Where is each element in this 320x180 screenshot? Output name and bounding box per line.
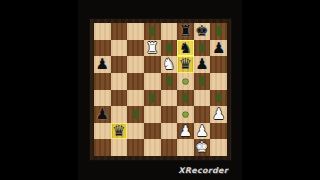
- square-d3[interactable]: [144, 106, 161, 123]
- square-c7[interactable]: [127, 40, 144, 57]
- square-h1[interactable]: [210, 139, 227, 156]
- square-g4[interactable]: [194, 90, 211, 107]
- square-d2[interactable]: [144, 123, 161, 140]
- legal-move-hint-dot-g7[interactable]: [199, 43, 205, 53]
- black-pawn-g6[interactable]: ♟: [195, 56, 208, 73]
- square-c3[interactable]: [127, 106, 144, 123]
- square-c1[interactable]: [127, 139, 144, 156]
- square-c4[interactable]: [127, 90, 144, 107]
- square-g6[interactable]: ♟: [194, 56, 211, 73]
- square-b5[interactable]: [111, 73, 128, 90]
- legal-move-hint-dot-h4[interactable]: [216, 93, 222, 103]
- square-g8[interactable]: ♚: [194, 23, 211, 40]
- legal-move-hint-dot-f4[interactable]: [182, 93, 188, 103]
- square-h3[interactable]: ♟: [210, 106, 227, 123]
- square-g3[interactable]: [194, 106, 211, 123]
- square-b2[interactable]: ♛: [111, 123, 128, 140]
- square-b4[interactable]: [111, 90, 128, 107]
- square-e6[interactable]: ♞: [161, 56, 178, 73]
- black-queen-b2[interactable]: ♛: [112, 123, 125, 140]
- white-pawn-h3[interactable]: ♟: [212, 106, 225, 123]
- square-f5[interactable]: [177, 73, 194, 90]
- square-f3[interactable]: [177, 106, 194, 123]
- legal-move-hint-dot-d4[interactable]: [149, 93, 155, 103]
- black-pawn-h7[interactable]: ♟: [212, 40, 225, 57]
- square-a4[interactable]: [94, 90, 111, 107]
- legal-move-hint-dot-f5[interactable]: [183, 79, 188, 84]
- square-h5[interactable]: [210, 73, 227, 90]
- white-rook-d7[interactable]: ♜: [145, 40, 158, 57]
- square-f8[interactable]: ♜: [177, 23, 194, 40]
- square-d5[interactable]: [144, 73, 161, 90]
- square-f4[interactable]: [177, 90, 194, 107]
- square-a5[interactable]: [94, 73, 111, 90]
- square-h4[interactable]: [210, 90, 227, 107]
- legal-move-hint-dot-c3[interactable]: [133, 109, 139, 119]
- square-c2[interactable]: [127, 123, 144, 140]
- square-b8[interactable]: [111, 23, 128, 40]
- square-a7[interactable]: [94, 40, 111, 57]
- square-e7[interactable]: [161, 40, 178, 57]
- black-rook-f8[interactable]: ♜: [179, 23, 192, 40]
- square-h2[interactable]: [210, 123, 227, 140]
- black-queen-f6[interactable]: ♛: [179, 56, 192, 73]
- square-a2[interactable]: [94, 123, 111, 140]
- square-e2[interactable]: [161, 123, 178, 140]
- square-e3[interactable]: [161, 106, 178, 123]
- square-h6[interactable]: [210, 56, 227, 73]
- square-c8[interactable]: [127, 23, 144, 40]
- square-e5[interactable]: [161, 73, 178, 90]
- square-a6[interactable]: ♟: [94, 56, 111, 73]
- square-e8[interactable]: [161, 23, 178, 40]
- square-c5[interactable]: [127, 73, 144, 90]
- chess-board[interactable]: ♜♚♜♞♟♟♞♛♟♟♟♛♟♟♚: [94, 23, 227, 156]
- white-pawn-f2[interactable]: ♟: [179, 123, 192, 140]
- square-b1[interactable]: [111, 139, 128, 156]
- square-e1[interactable]: [161, 139, 178, 156]
- legal-move-hint-dot-e7[interactable]: [166, 43, 172, 53]
- square-b3[interactable]: [111, 106, 128, 123]
- white-pawn-g2[interactable]: ♟: [195, 123, 208, 140]
- square-f1[interactable]: [177, 139, 194, 156]
- legal-move-hint-dot-d8[interactable]: [149, 26, 155, 36]
- square-f7[interactable]: ♞: [177, 40, 194, 57]
- black-pawn-a6[interactable]: ♟: [96, 56, 109, 73]
- square-a8[interactable]: [94, 23, 111, 40]
- white-knight-e6[interactable]: ♞: [162, 56, 175, 73]
- square-b6[interactable]: [111, 56, 128, 73]
- square-d7[interactable]: ♜: [144, 40, 161, 57]
- square-h7[interactable]: ♟: [210, 40, 227, 57]
- square-d4[interactable]: [144, 90, 161, 107]
- square-f6[interactable]: ♛: [177, 56, 194, 73]
- square-g2[interactable]: ♟: [194, 123, 211, 140]
- square-c6[interactable]: [127, 56, 144, 73]
- legal-move-hint-dot-g5[interactable]: [199, 76, 205, 86]
- square-d8[interactable]: [144, 23, 161, 40]
- square-f2[interactable]: ♟: [177, 123, 194, 140]
- square-g5[interactable]: [194, 73, 211, 90]
- black-king-g8[interactable]: ♚: [195, 23, 208, 40]
- white-king-g1[interactable]: ♚: [195, 139, 208, 156]
- square-a1[interactable]: [94, 139, 111, 156]
- square-d6[interactable]: [144, 56, 161, 73]
- square-d1[interactable]: [144, 139, 161, 156]
- square-h8[interactable]: [210, 23, 227, 40]
- square-a3[interactable]: ♟: [94, 106, 111, 123]
- legal-move-hint-dot-e5[interactable]: [166, 76, 172, 86]
- square-e4[interactable]: [161, 90, 178, 107]
- legal-move-hint-dot-h8[interactable]: [216, 26, 222, 36]
- legal-move-hint-dot-f3[interactable]: [183, 112, 188, 117]
- black-knight-f7[interactable]: ♞: [179, 40, 192, 57]
- square-g7[interactable]: [194, 40, 211, 57]
- xrecorder-watermark: XRecorder: [89, 166, 228, 175]
- square-g1[interactable]: ♚: [194, 139, 211, 156]
- black-pawn-a3[interactable]: ♟: [96, 106, 109, 123]
- square-b7[interactable]: [111, 40, 128, 57]
